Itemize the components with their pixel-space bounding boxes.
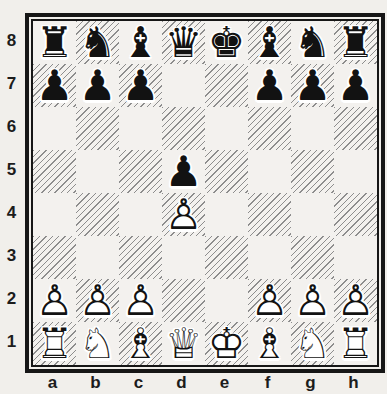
square-c5 bbox=[119, 150, 162, 193]
square-b1: ♞♘ bbox=[76, 322, 119, 365]
square-e8: ♚♚ bbox=[205, 21, 248, 64]
file-label-e: e bbox=[203, 372, 246, 393]
square-e2 bbox=[205, 279, 248, 322]
piece-bP-h7: ♟ bbox=[337, 64, 375, 107]
square-a3 bbox=[33, 236, 76, 279]
piece-bN-g8: ♞ bbox=[294, 21, 332, 64]
piece-wP-h2: ♙ bbox=[337, 279, 375, 322]
piece-bP-c7: ♟ bbox=[122, 64, 160, 107]
board-frame: ♜♜♞♞♝♝♛♛♚♚♝♝♞♞♜♜♟♟♟♟♟♟♟♟♟♟♟♟♟♟♟♙♟♙♟♙♟♙♟♙… bbox=[25, 13, 385, 373]
square-h7: ♟♟ bbox=[334, 64, 377, 107]
square-c8: ♝♝ bbox=[119, 21, 162, 64]
file-label-b: b bbox=[74, 372, 117, 393]
square-g6 bbox=[291, 107, 334, 150]
square-d6 bbox=[162, 107, 205, 150]
square-e4 bbox=[205, 193, 248, 236]
square-h3 bbox=[334, 236, 377, 279]
chess-diagram: 87654321 ♜♜♞♞♝♝♛♛♚♚♝♝♞♞♜♜♟♟♟♟♟♟♟♟♟♟♟♟♟♟♟… bbox=[0, 0, 387, 394]
square-d2 bbox=[162, 279, 205, 322]
square-c2: ♟♙ bbox=[119, 279, 162, 322]
rank-label-2: 2 bbox=[0, 277, 23, 320]
square-g1: ♞♘ bbox=[291, 322, 334, 365]
piece-wR-a1: ♖ bbox=[36, 322, 74, 365]
square-f3 bbox=[248, 236, 291, 279]
square-b8: ♞♞ bbox=[76, 21, 119, 64]
square-b2: ♟♙ bbox=[76, 279, 119, 322]
square-a5 bbox=[33, 150, 76, 193]
square-f8: ♝♝ bbox=[248, 21, 291, 64]
piece-wB-f1: ♗ bbox=[251, 322, 289, 365]
file-label-d: d bbox=[160, 372, 203, 393]
square-f2: ♟♙ bbox=[248, 279, 291, 322]
square-h5 bbox=[334, 150, 377, 193]
square-a7: ♟♟ bbox=[33, 64, 76, 107]
square-d8: ♛♛ bbox=[162, 21, 205, 64]
square-h1: ♜♖ bbox=[334, 322, 377, 365]
square-c6 bbox=[119, 107, 162, 150]
rank-labels: 87654321 bbox=[0, 19, 23, 363]
piece-wP-f2: ♙ bbox=[251, 279, 289, 322]
piece-bK-e8: ♚ bbox=[208, 21, 246, 64]
square-a2: ♟♙ bbox=[33, 279, 76, 322]
square-h2: ♟♙ bbox=[334, 279, 377, 322]
file-label-f: f bbox=[246, 372, 289, 393]
square-f7: ♟♟ bbox=[248, 64, 291, 107]
square-a1: ♜♖ bbox=[33, 322, 76, 365]
piece-wP-c2: ♙ bbox=[122, 279, 160, 322]
square-c7: ♟♟ bbox=[119, 64, 162, 107]
square-g8: ♞♞ bbox=[291, 21, 334, 64]
piece-bB-c8: ♝ bbox=[122, 21, 160, 64]
square-h4 bbox=[334, 193, 377, 236]
file-label-h: h bbox=[332, 372, 375, 393]
piece-wP-b2: ♙ bbox=[79, 279, 117, 322]
file-label-c: c bbox=[117, 372, 160, 393]
square-c3 bbox=[119, 236, 162, 279]
square-c1: ♝♗ bbox=[119, 322, 162, 365]
square-b7: ♟♟ bbox=[76, 64, 119, 107]
piece-wP-a2: ♙ bbox=[36, 279, 74, 322]
rank-label-3: 3 bbox=[0, 234, 23, 277]
square-b3 bbox=[76, 236, 119, 279]
square-d7 bbox=[162, 64, 205, 107]
file-label-a: a bbox=[31, 372, 74, 393]
square-a4 bbox=[33, 193, 76, 236]
piece-bQ-d8: ♛ bbox=[165, 21, 203, 64]
square-d3 bbox=[162, 236, 205, 279]
square-g5 bbox=[291, 150, 334, 193]
square-g2: ♟♙ bbox=[291, 279, 334, 322]
piece-wP-g2: ♙ bbox=[294, 279, 332, 322]
piece-bN-b8: ♞ bbox=[79, 21, 117, 64]
piece-bR-a8: ♜ bbox=[36, 21, 74, 64]
square-a6 bbox=[33, 107, 76, 150]
piece-bP-b7: ♟ bbox=[79, 64, 117, 107]
square-g4 bbox=[291, 193, 334, 236]
file-labels: abcdefgh bbox=[31, 372, 375, 393]
piece-wB-c1: ♗ bbox=[122, 322, 160, 365]
rank-label-4: 4 bbox=[0, 191, 23, 234]
square-d1: ♛♕ bbox=[162, 322, 205, 365]
rank-label-7: 7 bbox=[0, 62, 23, 105]
piece-bP-d5: ♟ bbox=[165, 150, 203, 193]
piece-wN-g1: ♘ bbox=[294, 322, 332, 365]
piece-bR-h8: ♜ bbox=[337, 21, 375, 64]
rank-label-1: 1 bbox=[0, 320, 23, 363]
rank-label-8: 8 bbox=[0, 19, 23, 62]
square-e6 bbox=[205, 107, 248, 150]
rank-label-5: 5 bbox=[0, 148, 23, 191]
square-d4: ♟♙ bbox=[162, 193, 205, 236]
rank-label-6: 6 bbox=[0, 105, 23, 148]
piece-wQ-d1: ♕ bbox=[165, 322, 203, 365]
square-h6 bbox=[334, 107, 377, 150]
square-e1: ♚♔ bbox=[205, 322, 248, 365]
square-e7 bbox=[205, 64, 248, 107]
board-grid: ♜♜♞♞♝♝♛♛♚♚♝♝♞♞♜♜♟♟♟♟♟♟♟♟♟♟♟♟♟♟♟♙♟♙♟♙♟♙♟♙… bbox=[33, 21, 377, 365]
piece-bP-f7: ♟ bbox=[251, 64, 289, 107]
piece-wK-e1: ♔ bbox=[208, 322, 246, 365]
piece-wN-b1: ♘ bbox=[79, 322, 117, 365]
square-b6 bbox=[76, 107, 119, 150]
square-a8: ♜♜ bbox=[33, 21, 76, 64]
square-g7: ♟♟ bbox=[291, 64, 334, 107]
square-c4 bbox=[119, 193, 162, 236]
piece-wR-h1: ♖ bbox=[337, 322, 375, 365]
square-e5 bbox=[205, 150, 248, 193]
square-h8: ♜♜ bbox=[334, 21, 377, 64]
square-d5: ♟♟ bbox=[162, 150, 205, 193]
square-e3 bbox=[205, 236, 248, 279]
square-b4 bbox=[76, 193, 119, 236]
square-f6 bbox=[248, 107, 291, 150]
square-f1: ♝♗ bbox=[248, 322, 291, 365]
piece-wP-d4: ♙ bbox=[165, 193, 203, 236]
piece-bB-f8: ♝ bbox=[251, 21, 289, 64]
square-b5 bbox=[76, 150, 119, 193]
piece-bP-a7: ♟ bbox=[36, 64, 74, 107]
piece-bP-g7: ♟ bbox=[294, 64, 332, 107]
board-inner-frame: ♜♜♞♞♝♝♛♛♚♚♝♝♞♞♜♜♟♟♟♟♟♟♟♟♟♟♟♟♟♟♟♙♟♙♟♙♟♙♟♙… bbox=[31, 19, 379, 367]
square-f4 bbox=[248, 193, 291, 236]
square-g3 bbox=[291, 236, 334, 279]
square-f5 bbox=[248, 150, 291, 193]
file-label-g: g bbox=[289, 372, 332, 393]
